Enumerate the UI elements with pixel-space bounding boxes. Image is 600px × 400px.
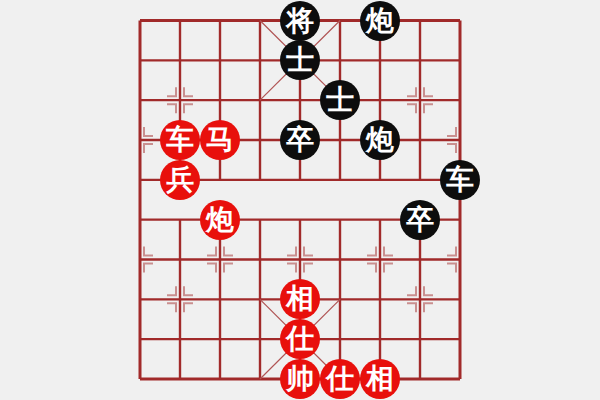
piece-black-advisor[interactable]: 士	[280, 40, 320, 80]
piece-black-cannon[interactable]: 炮	[360, 120, 400, 160]
piece-red-general[interactable]: 帅	[280, 359, 320, 399]
piece-red-horse[interactable]: 马	[200, 120, 240, 160]
piece-black-chariot[interactable]: 车	[440, 160, 480, 200]
piece-red-elephant[interactable]: 相	[360, 359, 400, 399]
piece-red-advisor[interactable]: 仕	[280, 319, 320, 359]
piece-black-soldier[interactable]: 卒	[400, 200, 440, 240]
piece-black-general[interactable]: 将	[280, 1, 320, 41]
piece-red-advisor[interactable]: 仕	[320, 359, 360, 399]
piece-black-advisor[interactable]: 士	[320, 80, 360, 120]
piece-layer[interactable]: 将炮士士卒炮车卒车马兵炮相仕帅仕相	[120, 1, 480, 399]
piece-red-chariot[interactable]: 车	[160, 120, 200, 160]
xiangqi-board[interactable]: 将炮士士卒炮车卒车马兵炮相仕帅仕相	[0, 0, 600, 400]
piece-red-soldier[interactable]: 兵	[160, 160, 200, 200]
piece-red-elephant[interactable]: 相	[280, 279, 320, 319]
piece-red-cannon[interactable]: 炮	[200, 200, 240, 240]
piece-black-cannon[interactable]: 炮	[360, 1, 400, 41]
piece-black-soldier[interactable]: 卒	[280, 120, 320, 160]
